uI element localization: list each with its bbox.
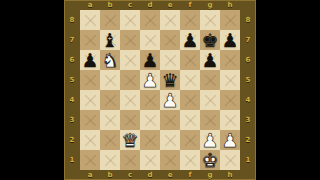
square-e6[interactable] xyxy=(160,50,180,70)
coordinate-label: d xyxy=(140,170,160,180)
coordinate-label: 6 xyxy=(64,50,80,70)
black-pawn-g6[interactable]: ♟ xyxy=(201,50,218,70)
square-c1[interactable] xyxy=(120,150,140,170)
rank-labels-right: 87654321 xyxy=(240,10,256,170)
square-h5[interactable] xyxy=(220,70,240,90)
coordinate-label: e xyxy=(160,0,180,10)
square-a4[interactable] xyxy=(80,90,100,110)
square-b7[interactable]: ♝ xyxy=(100,30,120,50)
coordinate-label: a xyxy=(80,170,100,180)
coordinate-label: b xyxy=(100,170,120,180)
coordinate-label: 7 xyxy=(240,30,256,50)
square-h3[interactable] xyxy=(220,110,240,130)
white-king-g1[interactable]: ♚ xyxy=(201,150,218,170)
square-b6[interactable]: ♞ xyxy=(100,50,120,70)
coordinate-label: c xyxy=(120,170,140,180)
square-f2[interactable] xyxy=(180,130,200,150)
square-a6[interactable]: ♟ xyxy=(80,50,100,70)
white-pawn-e4[interactable]: ♟ xyxy=(161,90,178,110)
square-d7[interactable] xyxy=(140,30,160,50)
square-h7[interactable]: ♟ xyxy=(220,30,240,50)
square-d6[interactable]: ♟ xyxy=(140,50,160,70)
square-g1[interactable]: ♚ xyxy=(200,150,220,170)
square-f6[interactable] xyxy=(180,50,200,70)
square-c8[interactable] xyxy=(120,10,140,30)
square-a3[interactable] xyxy=(80,110,100,130)
coordinate-label: 2 xyxy=(240,130,256,150)
coordinate-label: 1 xyxy=(240,150,256,170)
coordinate-label: 7 xyxy=(64,30,80,50)
coordinate-label: a xyxy=(80,0,100,10)
coordinate-label: g xyxy=(200,0,220,10)
square-a5[interactable] xyxy=(80,70,100,90)
square-c3[interactable] xyxy=(120,110,140,130)
black-pawn-a6[interactable]: ♟ xyxy=(81,50,98,70)
square-g2[interactable]: ♟ xyxy=(200,130,220,150)
square-b3[interactable] xyxy=(100,110,120,130)
file-labels-bottom: abcdefgh xyxy=(80,170,240,180)
coordinate-label: 5 xyxy=(64,70,80,90)
black-pawn-f7[interactable]: ♟ xyxy=(181,30,198,50)
square-e3[interactable] xyxy=(160,110,180,130)
square-h4[interactable] xyxy=(220,90,240,110)
file-labels-top: abcdefgh xyxy=(80,0,240,10)
white-queen-c2[interactable]: ♛ xyxy=(121,130,138,150)
square-c6[interactable] xyxy=(120,50,140,70)
square-f5[interactable] xyxy=(180,70,200,90)
coordinate-label: h xyxy=(220,0,240,10)
board-grid: ♝♟♚♟♟♞♟♟♟♛♟♛♟♟♚ xyxy=(80,10,240,170)
coordinate-label: c xyxy=(120,0,140,10)
coordinate-label: 2 xyxy=(64,130,80,150)
black-pawn-h7[interactable]: ♟ xyxy=(221,30,238,50)
square-e2[interactable] xyxy=(160,130,180,150)
square-c4[interactable] xyxy=(120,90,140,110)
square-h6[interactable] xyxy=(220,50,240,70)
square-g8[interactable] xyxy=(200,10,220,30)
square-g5[interactable] xyxy=(200,70,220,90)
square-g6[interactable]: ♟ xyxy=(200,50,220,70)
square-f3[interactable] xyxy=(180,110,200,130)
square-h2[interactable]: ♟ xyxy=(220,130,240,150)
square-e4[interactable]: ♟ xyxy=(160,90,180,110)
square-a2[interactable] xyxy=(80,130,100,150)
square-e1[interactable] xyxy=(160,150,180,170)
square-f4[interactable] xyxy=(180,90,200,110)
black-pawn-d6[interactable]: ♟ xyxy=(141,50,158,70)
square-c7[interactable] xyxy=(120,30,140,50)
square-g7[interactable]: ♚ xyxy=(200,30,220,50)
square-d2[interactable] xyxy=(140,130,160,150)
coordinate-label: f xyxy=(180,170,200,180)
square-a1[interactable] xyxy=(80,150,100,170)
square-g4[interactable] xyxy=(200,90,220,110)
black-queen-e5[interactable]: ♛ xyxy=(161,70,178,90)
black-bishop-b7[interactable]: ♝ xyxy=(101,30,118,50)
white-knight-b6[interactable]: ♞ xyxy=(101,50,118,70)
coordinate-label: 5 xyxy=(240,70,256,90)
board-frame: abcdefgh 87654321 ♝♟♚♟♟♞♟♟♟♛♟♛♟♟♚ 876543… xyxy=(64,0,256,180)
chess-diagram: abcdefgh 87654321 ♝♟♚♟♟♞♟♟♟♛♟♛♟♟♚ 876543… xyxy=(0,0,320,180)
square-h1[interactable] xyxy=(220,150,240,170)
square-d3[interactable] xyxy=(140,110,160,130)
coordinate-label: 4 xyxy=(240,90,256,110)
square-e5[interactable]: ♛ xyxy=(160,70,180,90)
square-d5[interactable]: ♟ xyxy=(140,70,160,90)
coordinate-label: d xyxy=(140,0,160,10)
square-g3[interactable] xyxy=(200,110,220,130)
square-d1[interactable] xyxy=(140,150,160,170)
square-f1[interactable] xyxy=(180,150,200,170)
white-pawn-d5[interactable]: ♟ xyxy=(141,70,158,90)
square-b5[interactable] xyxy=(100,70,120,90)
coordinate-label: 6 xyxy=(240,50,256,70)
white-pawn-g2[interactable]: ♟ xyxy=(201,130,218,150)
white-pawn-h2[interactable]: ♟ xyxy=(221,130,238,150)
square-c2[interactable]: ♛ xyxy=(120,130,140,150)
square-a8[interactable] xyxy=(80,10,100,30)
coordinate-label: 8 xyxy=(240,10,256,30)
coordinate-label: 1 xyxy=(64,150,80,170)
coordinate-label: 8 xyxy=(64,10,80,30)
square-d8[interactable] xyxy=(140,10,160,30)
rank-labels-left: 87654321 xyxy=(64,10,80,170)
square-b4[interactable] xyxy=(100,90,120,110)
coordinate-label: 3 xyxy=(240,110,256,130)
square-f7[interactable]: ♟ xyxy=(180,30,200,50)
coordinate-label: 4 xyxy=(64,90,80,110)
square-e8[interactable] xyxy=(160,10,180,30)
square-b8[interactable] xyxy=(100,10,120,30)
square-d4[interactable] xyxy=(140,90,160,110)
coordinate-label: e xyxy=(160,170,180,180)
black-king-g7[interactable]: ♚ xyxy=(201,30,218,50)
coordinate-label: h xyxy=(220,170,240,180)
square-h8[interactable] xyxy=(220,10,240,30)
coordinate-label: f xyxy=(180,0,200,10)
square-c5[interactable] xyxy=(120,70,140,90)
square-e7[interactable] xyxy=(160,30,180,50)
square-f8[interactable] xyxy=(180,10,200,30)
coordinate-label: b xyxy=(100,0,120,10)
coordinate-label: g xyxy=(200,170,220,180)
coordinate-label: 3 xyxy=(64,110,80,130)
square-b1[interactable] xyxy=(100,150,120,170)
square-b2[interactable] xyxy=(100,130,120,150)
square-a7[interactable] xyxy=(80,30,100,50)
